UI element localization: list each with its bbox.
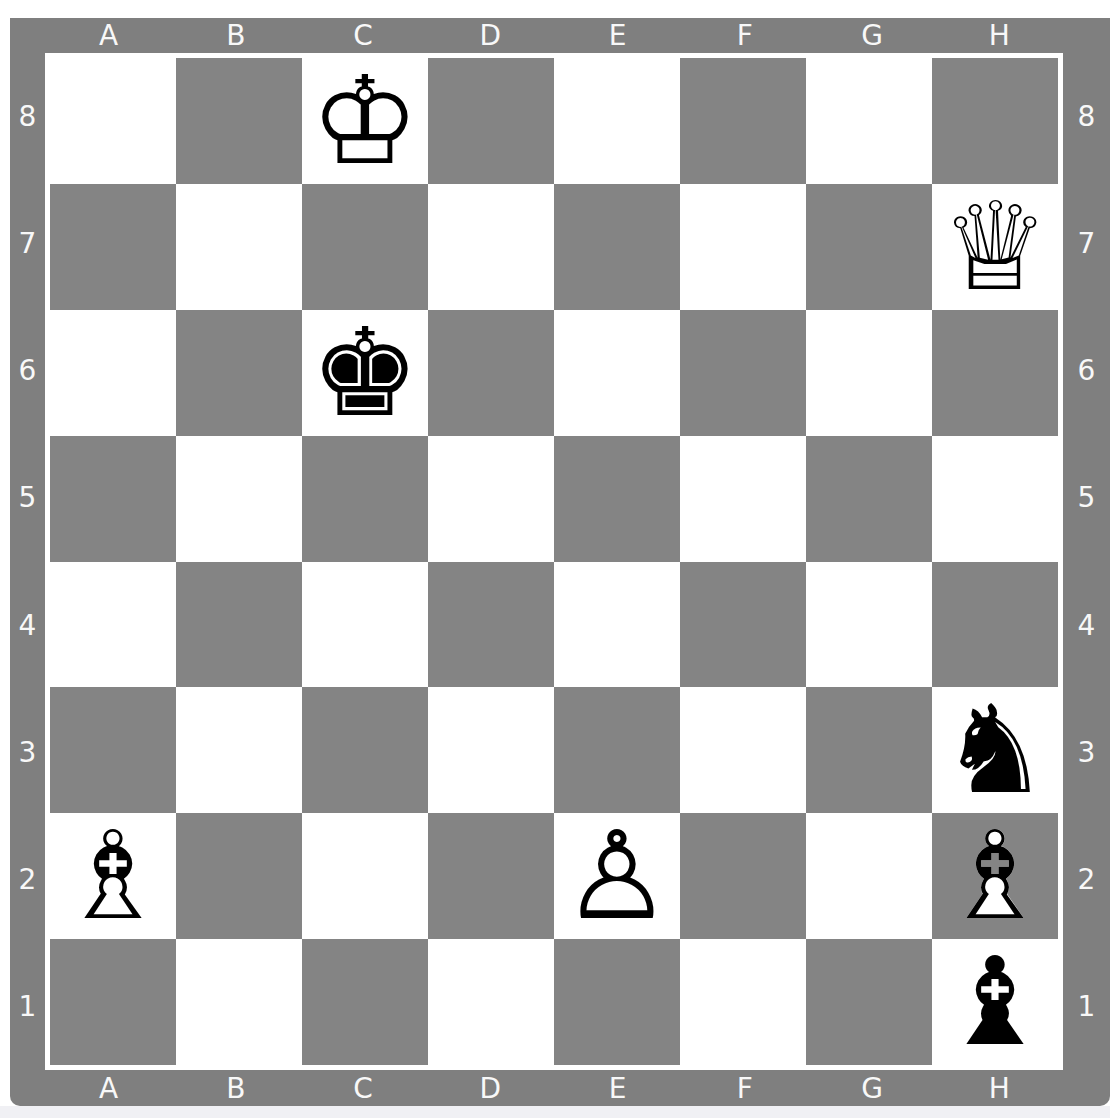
piece-glyph: ♙ <box>562 815 671 937</box>
square-c5[interactable] <box>302 436 428 562</box>
square-f2[interactable] <box>680 813 806 939</box>
square-h6[interactable] <box>932 310 1058 436</box>
file-label-b-bottom: B <box>172 1070 299 1106</box>
square-f7[interactable] <box>680 184 806 310</box>
rank-label-3-right: 3 <box>1063 689 1110 816</box>
square-a4[interactable] <box>50 562 176 688</box>
square-b8[interactable] <box>176 58 302 184</box>
rank-labels-left: 87654321 <box>10 53 45 1070</box>
square-d6[interactable] <box>428 310 554 436</box>
piece-glyph: ♝ <box>940 941 1049 1063</box>
frame-corner-top-right <box>1063 18 1110 53</box>
rank-label-7-right: 7 <box>1063 180 1110 307</box>
rank-label-5-left: 5 <box>10 434 45 561</box>
square-b5[interactable] <box>176 436 302 562</box>
file-label-c-bottom: C <box>300 1070 427 1106</box>
file-label-d-bottom: D <box>427 1070 554 1106</box>
square-c2[interactable] <box>302 813 428 939</box>
square-g8[interactable] <box>806 58 932 184</box>
square-h8[interactable] <box>932 58 1058 184</box>
square-b6[interactable] <box>176 310 302 436</box>
rank-label-3-left: 3 <box>10 689 45 816</box>
file-label-e-top: E <box>554 18 681 53</box>
square-g3[interactable] <box>806 687 932 813</box>
rank-label-5-right: 5 <box>1063 434 1110 561</box>
file-label-f-top: F <box>681 18 808 53</box>
square-h2[interactable]: ♝♗ <box>932 813 1058 939</box>
rank-label-8-left: 8 <box>10 53 45 180</box>
square-b4[interactable] <box>176 562 302 688</box>
square-e1[interactable] <box>554 939 680 1065</box>
file-label-e-bottom: E <box>554 1070 681 1106</box>
square-h7[interactable]: ♛♕ <box>932 184 1058 310</box>
square-a1[interactable] <box>50 939 176 1065</box>
square-d5[interactable] <box>428 436 554 562</box>
white-queen-h7: ♛♕ <box>932 184 1058 310</box>
square-f8[interactable] <box>680 58 806 184</box>
file-label-g-top: G <box>809 18 936 53</box>
square-a2[interactable]: ♝♗ <box>50 813 176 939</box>
chessboard: ♚♔♛♕♚♞♝♗♟♙♝♗♝ <box>50 58 1058 1065</box>
square-e2[interactable]: ♟♙ <box>554 813 680 939</box>
square-b3[interactable] <box>176 687 302 813</box>
rank-label-7-left: 7 <box>10 180 45 307</box>
square-d1[interactable] <box>428 939 554 1065</box>
rank-label-1-right: 1 <box>1063 943 1110 1070</box>
square-g5[interactable] <box>806 436 932 562</box>
square-h4[interactable] <box>932 562 1058 688</box>
rank-label-2-left: 2 <box>10 816 45 943</box>
rank-labels-right: 87654321 <box>1063 53 1110 1070</box>
square-g6[interactable] <box>806 310 932 436</box>
square-b2[interactable] <box>176 813 302 939</box>
square-a5[interactable] <box>50 436 176 562</box>
white-king-c8: ♚♔ <box>302 58 428 184</box>
file-label-g-bottom: G <box>809 1070 936 1106</box>
square-d7[interactable] <box>428 184 554 310</box>
square-g1[interactable] <box>806 939 932 1065</box>
frame-corner-bottom-right <box>1063 1070 1110 1106</box>
square-e7[interactable] <box>554 184 680 310</box>
black-king-c6: ♚ <box>302 310 428 436</box>
square-c8[interactable]: ♚♔ <box>302 58 428 184</box>
rank-label-4-right: 4 <box>1063 562 1110 689</box>
square-d2[interactable] <box>428 813 554 939</box>
square-f4[interactable] <box>680 562 806 688</box>
white-pawn-e2: ♟♙ <box>554 813 680 939</box>
file-labels-top: ABCDEFGH <box>45 18 1063 53</box>
piece-glyph: ♚ <box>310 312 419 434</box>
square-h5[interactable] <box>932 436 1058 562</box>
rank-label-6-right: 6 <box>1063 307 1110 434</box>
piece-glyph: ♔ <box>310 60 419 182</box>
file-label-f-bottom: F <box>681 1070 808 1106</box>
white-bishop-h2: ♝♗ <box>932 813 1058 939</box>
file-labels-bottom: ABCDEFGH <box>45 1070 1063 1106</box>
square-a3[interactable] <box>50 687 176 813</box>
frame-corner-top-left <box>10 18 45 53</box>
square-c7[interactable] <box>302 184 428 310</box>
file-label-a-top: A <box>45 18 172 53</box>
black-bishop-h1: ♝ <box>932 939 1058 1065</box>
page: ABCDEFGH 87654321 ♚♔♛♕♚♞♝♗♟♙♝♗♝ 87654321… <box>0 0 1110 1118</box>
square-f5[interactable] <box>680 436 806 562</box>
frame-corner-bottom-left <box>10 1070 45 1106</box>
square-d8[interactable] <box>428 58 554 184</box>
piece-glyph: ♗ <box>58 815 167 937</box>
square-b1[interactable] <box>176 939 302 1065</box>
rank-label-8-right: 8 <box>1063 53 1110 180</box>
page-bottom-strip <box>0 1106 1110 1118</box>
square-g4[interactable] <box>806 562 932 688</box>
file-label-a-bottom: A <box>45 1070 172 1106</box>
square-e3[interactable] <box>554 687 680 813</box>
square-d3[interactable] <box>428 687 554 813</box>
piece-glyph: ♞ <box>940 689 1049 811</box>
piece-glyph: ♕ <box>940 186 1049 308</box>
square-a7[interactable] <box>50 184 176 310</box>
square-d4[interactable] <box>428 562 554 688</box>
white-bishop-a2: ♝♗ <box>50 813 176 939</box>
square-e4[interactable] <box>554 562 680 688</box>
rank-label-2-right: 2 <box>1063 816 1110 943</box>
square-c6[interactable]: ♚ <box>302 310 428 436</box>
board-border: ♚♔♛♕♚♞♝♗♟♙♝♗♝ <box>45 53 1063 1070</box>
square-h1[interactable]: ♝ <box>932 939 1058 1065</box>
square-c3[interactable] <box>302 687 428 813</box>
square-a6[interactable] <box>50 310 176 436</box>
square-e6[interactable] <box>554 310 680 436</box>
square-e8[interactable] <box>554 58 680 184</box>
square-b7[interactable] <box>176 184 302 310</box>
file-label-b-top: B <box>172 18 299 53</box>
square-f6[interactable] <box>680 310 806 436</box>
square-a8[interactable] <box>50 58 176 184</box>
file-label-h-top: H <box>936 18 1063 53</box>
file-label-h-bottom: H <box>936 1070 1063 1106</box>
square-g2[interactable] <box>806 813 932 939</box>
square-c4[interactable] <box>302 562 428 688</box>
chessboard-frame: ABCDEFGH 87654321 ♚♔♛♕♚♞♝♗♟♙♝♗♝ 87654321… <box>10 18 1110 1106</box>
rank-label-1-left: 1 <box>10 943 45 1070</box>
file-label-c-top: C <box>300 18 427 53</box>
square-f3[interactable] <box>680 687 806 813</box>
black-knight-h3: ♞ <box>932 687 1058 813</box>
square-h3[interactable]: ♞ <box>932 687 1058 813</box>
rank-label-6-left: 6 <box>10 307 45 434</box>
file-label-d-top: D <box>427 18 554 53</box>
square-e5[interactable] <box>554 436 680 562</box>
piece-glyph: ♗ <box>940 815 1049 937</box>
square-g7[interactable] <box>806 184 932 310</box>
rank-label-4-left: 4 <box>10 562 45 689</box>
square-f1[interactable] <box>680 939 806 1065</box>
square-c1[interactable] <box>302 939 428 1065</box>
